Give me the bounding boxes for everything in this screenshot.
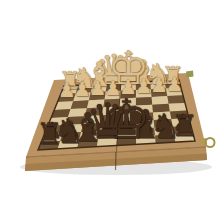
square-g7 — [151, 88, 167, 97]
square-d2 — [98, 130, 118, 139]
square-c3 — [81, 123, 101, 132]
square-b6 — [71, 100, 89, 109]
square-h2 — [173, 126, 193, 135]
square-b2 — [60, 132, 81, 141]
square-d4 — [101, 114, 119, 123]
square-f3 — [136, 120, 154, 129]
square-d5 — [102, 106, 120, 115]
square-e3 — [118, 121, 136, 130]
square-g6 — [152, 96, 169, 105]
square-h7 — [166, 88, 183, 96]
square-h4 — [170, 111, 189, 120]
square-e5 — [119, 106, 136, 115]
square-e6 — [120, 98, 136, 107]
square-h6 — [167, 95, 185, 104]
square-f2 — [136, 128, 155, 137]
square-g4 — [153, 111, 171, 120]
square-f4 — [136, 112, 154, 121]
square-g5 — [152, 104, 170, 113]
square-f5 — [136, 105, 153, 114]
square-e7 — [120, 90, 136, 99]
square-h5 — [169, 103, 187, 112]
fold-seam-front — [116, 152, 117, 170]
clasp-ring — [206, 138, 215, 147]
square-c4 — [83, 115, 102, 124]
square-c6 — [87, 99, 105, 108]
square-b3 — [63, 124, 83, 133]
square-g2 — [154, 127, 174, 136]
square-c7 — [89, 92, 106, 101]
square-b4 — [65, 116, 85, 125]
square-d3 — [99, 122, 118, 131]
chess-set-photo: ♜♞♝♛♚♝♞♜♟♟♟♟♟♟♟♟♟♟♟♟♟♟♟♟♜♞♝♛♚♝♞♜ — [0, 0, 224, 224]
square-e4 — [118, 113, 136, 122]
hinge-tab — [186, 71, 194, 78]
square-c5 — [85, 107, 103, 116]
chess-board — [0, 0, 224, 224]
square-h3 — [171, 118, 191, 127]
square-d6 — [103, 99, 120, 108]
square-g3 — [154, 119, 173, 128]
square-d7 — [105, 91, 121, 100]
square-c2 — [79, 131, 99, 140]
square-f6 — [136, 97, 152, 106]
square-e2 — [117, 129, 136, 138]
square-f7 — [136, 89, 152, 98]
square-b7 — [73, 92, 91, 101]
square-b5 — [68, 108, 87, 117]
